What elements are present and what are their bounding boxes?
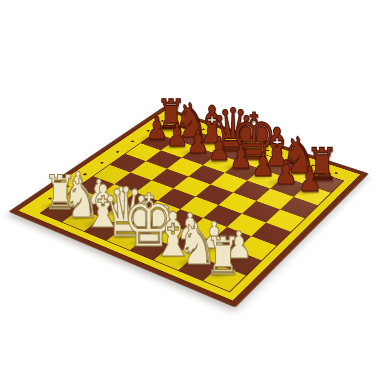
piece-black-pawn[interactable]: ♟ [186, 127, 209, 159]
piece-black-pawn[interactable]: ♟ [298, 164, 322, 198]
piece-black-pawn[interactable]: ♟ [166, 120, 189, 152]
piece-black-pawn[interactable]: ♟ [208, 134, 231, 166]
piece-black-pawn[interactable]: ♟ [229, 141, 252, 174]
piece-black-pawn[interactable]: ♟ [274, 156, 298, 189]
piece-white-rook[interactable]: ♜ [204, 231, 241, 283]
piece-black-pawn[interactable]: ♟ [252, 148, 276, 181]
piece-black-pawn[interactable]: ♟ [146, 113, 168, 144]
photo-scene: ♜♞♝♛♚♝♞♜♟♟♟♟♟♟♟♟♟♟♟♟♟♟♟♟♜♞♝♛♚♝♞♜ [0, 0, 388, 388]
